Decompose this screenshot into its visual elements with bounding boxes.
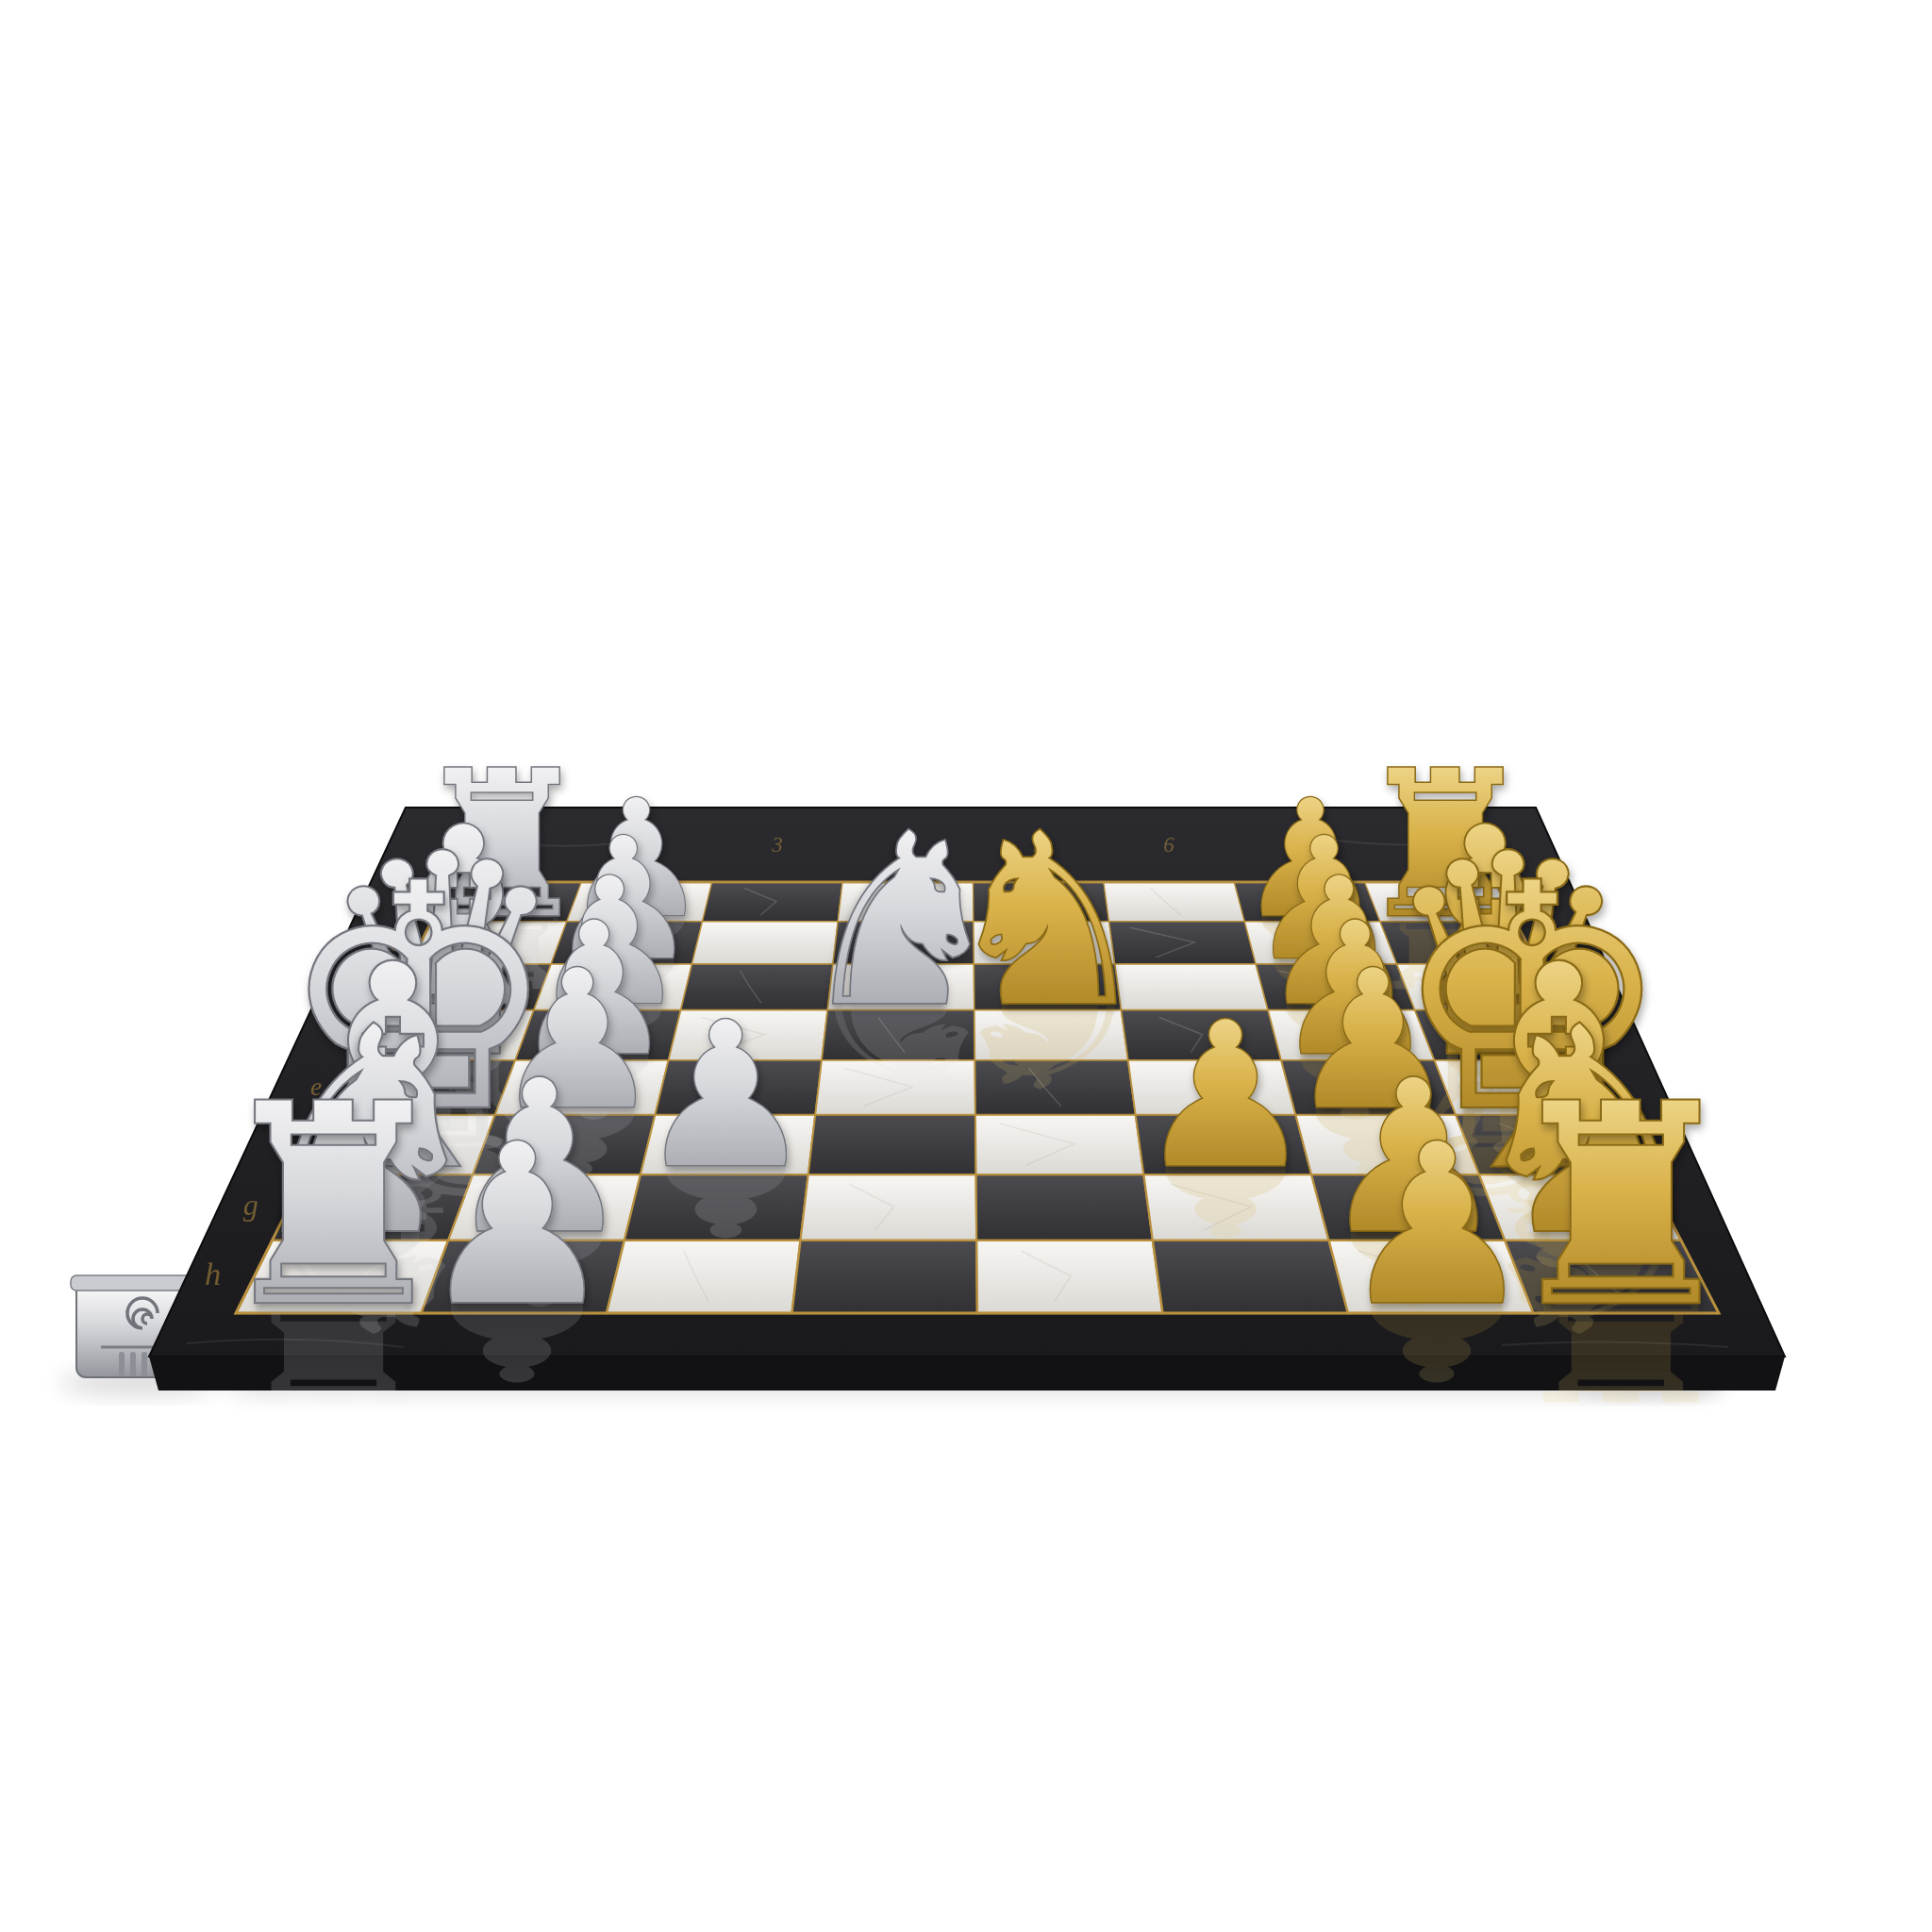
piece-silver-rook-h1[interactable]: ♜	[209, 1046, 457, 1367]
piece-silver-pawn-f3[interactable]: ♟	[637, 979, 816, 1212]
piece-gold-pawn-f6[interactable]: ♟	[1136, 979, 1315, 1212]
square-h4[interactable]	[792, 1241, 978, 1313]
product-photo-stage: abcdefgh12345678 ♜♜♟♟♟♟♜♜♟♟♟♟♝♝♟♟♞♞♞♞♟♟♝…	[0, 0, 1932, 1932]
piece-gold-pawn-h7[interactable]: ♟	[1338, 1097, 1536, 1354]
square-g5[interactable]	[976, 1174, 1153, 1241]
piece-silver-knight-c4[interactable]: ♞	[795, 783, 1008, 1058]
chess-board-photo: abcdefgh12345678 ♜♜♟♟♟♟♜♜♟♟♟♟♝♝♟♟♞♞♞♞♟♟♝…	[0, 0, 1932, 1932]
square-f4[interactable]	[808, 1115, 976, 1174]
rank-label-6: 6	[1163, 833, 1174, 857]
rank-label-3: 3	[771, 833, 783, 857]
square-g4[interactable]	[801, 1174, 977, 1241]
